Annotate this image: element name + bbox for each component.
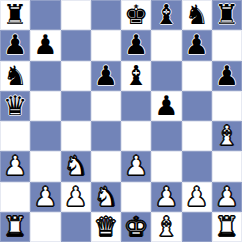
square-g5[interactable] (182, 91, 212, 121)
piece-black-king[interactable]: ♚ (124, 0, 148, 30)
square-f1[interactable]: ♝ (151, 212, 181, 242)
square-f4[interactable] (151, 121, 181, 151)
square-b8[interactable] (30, 0, 60, 30)
piece-white-king[interactable]: ♚ (124, 212, 148, 242)
square-b5[interactable] (30, 91, 60, 121)
square-g1[interactable] (182, 212, 212, 242)
square-g7[interactable]: ♟ (182, 30, 212, 60)
piece-black-pawn[interactable]: ♟ (154, 91, 178, 121)
square-d3[interactable] (91, 151, 121, 181)
square-d1[interactable]: ♛ (91, 212, 121, 242)
piece-black-pawn[interactable]: ♟ (124, 30, 148, 60)
piece-black-rook[interactable]: ♜ (215, 0, 239, 30)
square-h2[interactable]: ♟ (212, 182, 242, 212)
piece-white-pawn[interactable]: ♟ (33, 182, 57, 212)
square-h6[interactable]: ♟ (212, 61, 242, 91)
square-g6[interactable] (182, 61, 212, 91)
square-a7[interactable]: ♟ (0, 30, 30, 60)
square-h8[interactable]: ♜ (212, 0, 242, 30)
piece-white-pawn[interactable]: ♟ (124, 151, 148, 181)
square-d5[interactable] (91, 91, 121, 121)
square-b3[interactable] (30, 151, 60, 181)
square-f3[interactable] (151, 151, 181, 181)
square-b7[interactable]: ♟ (30, 30, 60, 60)
piece-white-knight[interactable]: ♞ (94, 182, 118, 212)
square-c5[interactable] (61, 91, 91, 121)
piece-black-bishop[interactable]: ♝ (124, 61, 148, 91)
square-h7[interactable] (212, 30, 242, 60)
piece-black-rook[interactable]: ♜ (3, 0, 27, 30)
square-g3[interactable] (182, 151, 212, 181)
square-h1[interactable]: ♜ (212, 212, 242, 242)
piece-black-pawn[interactable]: ♟ (94, 61, 118, 91)
square-h5[interactable] (212, 91, 242, 121)
square-f5[interactable]: ♟ (151, 91, 181, 121)
square-e4[interactable] (121, 121, 151, 151)
square-b6[interactable] (30, 61, 60, 91)
square-b1[interactable] (30, 212, 60, 242)
square-d2[interactable]: ♞ (91, 182, 121, 212)
square-c3[interactable]: ♞ (61, 151, 91, 181)
square-f2[interactable]: ♟ (151, 182, 181, 212)
square-a6[interactable]: ♞ (0, 61, 30, 91)
square-d6[interactable]: ♟ (91, 61, 121, 91)
square-f6[interactable] (151, 61, 181, 91)
square-b4[interactable] (30, 121, 60, 151)
square-h4[interactable]: ♝ (212, 121, 242, 151)
square-a2[interactable] (0, 182, 30, 212)
piece-black-knight[interactable]: ♞ (3, 61, 27, 91)
chess-board: ♜♚♝♞♜♟♟♟♟♞♟♝♟♛♟♝♟♞♟♟♟♞♟♟♟♜♛♚♝♜ (0, 0, 242, 242)
square-g4[interactable] (182, 121, 212, 151)
piece-black-queen[interactable]: ♛ (3, 91, 27, 121)
piece-white-pawn[interactable]: ♟ (185, 182, 209, 212)
piece-black-bishop[interactable]: ♝ (154, 0, 178, 30)
piece-black-pawn[interactable]: ♟ (215, 61, 239, 91)
square-f7[interactable] (151, 30, 181, 60)
piece-black-knight[interactable]: ♞ (185, 0, 209, 30)
square-e5[interactable] (121, 91, 151, 121)
square-g2[interactable]: ♟ (182, 182, 212, 212)
piece-black-pawn[interactable]: ♟ (33, 30, 57, 60)
piece-black-pawn[interactable]: ♟ (3, 30, 27, 60)
square-f8[interactable]: ♝ (151, 0, 181, 30)
square-e2[interactable] (121, 182, 151, 212)
square-e1[interactable]: ♚ (121, 212, 151, 242)
piece-white-queen[interactable]: ♛ (94, 212, 118, 242)
square-a5[interactable]: ♛ (0, 91, 30, 121)
square-e7[interactable]: ♟ (121, 30, 151, 60)
square-b2[interactable]: ♟ (30, 182, 60, 212)
square-a8[interactable]: ♜ (0, 0, 30, 30)
square-c8[interactable] (61, 0, 91, 30)
piece-white-pawn[interactable]: ♟ (64, 182, 88, 212)
piece-white-rook[interactable]: ♜ (3, 212, 27, 242)
piece-white-knight[interactable]: ♞ (64, 151, 88, 181)
piece-white-pawn[interactable]: ♟ (154, 182, 178, 212)
square-e6[interactable]: ♝ (121, 61, 151, 91)
square-c4[interactable] (61, 121, 91, 151)
piece-white-pawn[interactable]: ♟ (215, 182, 239, 212)
square-e8[interactable]: ♚ (121, 0, 151, 30)
piece-white-bishop[interactable]: ♝ (215, 121, 239, 151)
square-c6[interactable] (61, 61, 91, 91)
square-c2[interactable]: ♟ (61, 182, 91, 212)
piece-black-pawn[interactable]: ♟ (185, 30, 209, 60)
square-h3[interactable] (212, 151, 242, 181)
piece-white-rook[interactable]: ♜ (215, 212, 239, 242)
square-c1[interactable] (61, 212, 91, 242)
piece-white-bishop[interactable]: ♝ (154, 212, 178, 242)
piece-white-pawn[interactable]: ♟ (3, 151, 27, 181)
square-d4[interactable] (91, 121, 121, 151)
square-d7[interactable] (91, 30, 121, 60)
square-c7[interactable] (61, 30, 91, 60)
square-a4[interactable] (0, 121, 30, 151)
square-d8[interactable] (91, 0, 121, 30)
square-g8[interactable]: ♞ (182, 0, 212, 30)
square-a3[interactable]: ♟ (0, 151, 30, 181)
square-a1[interactable]: ♜ (0, 212, 30, 242)
square-e3[interactable]: ♟ (121, 151, 151, 181)
